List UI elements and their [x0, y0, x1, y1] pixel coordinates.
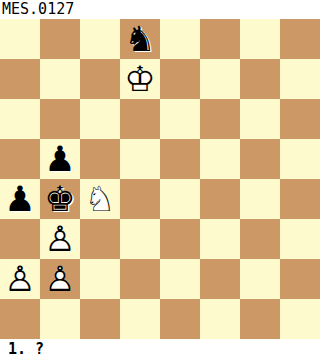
square-d7[interactable]: ♚♔	[120, 59, 160, 99]
square-g6[interactable]	[240, 99, 280, 139]
square-c3[interactable]	[80, 219, 120, 259]
square-d5[interactable]	[120, 139, 160, 179]
square-h1[interactable]	[280, 299, 320, 339]
black-knight-d8[interactable]: ♞	[120, 19, 160, 59]
square-b3[interactable]: ♟♙	[40, 219, 80, 259]
square-b6[interactable]	[40, 99, 80, 139]
square-a6[interactable]	[0, 99, 40, 139]
chess-diagram-window: MES.0127 ♞♚♔♟♟♚♞♘♟♙♟♙♟♙ 1. ?	[0, 0, 320, 360]
square-a2[interactable]: ♟♙	[0, 259, 40, 299]
black-king-b4[interactable]: ♚	[40, 179, 80, 219]
chess-board: ♞♚♔♟♟♚♞♘♟♙♟♙♟♙	[0, 19, 320, 339]
puzzle-title: MES.0127	[0, 0, 320, 19]
square-c6[interactable]	[80, 99, 120, 139]
square-a8[interactable]	[0, 19, 40, 59]
square-g3[interactable]	[240, 219, 280, 259]
square-d6[interactable]	[120, 99, 160, 139]
square-f7[interactable]	[200, 59, 240, 99]
square-h2[interactable]	[280, 259, 320, 299]
square-a7[interactable]	[0, 59, 40, 99]
white-pawn-outline-glyph: ♙	[40, 259, 80, 299]
white-pawn-b2[interactable]: ♟♙	[40, 259, 80, 299]
white-king-outline-glyph: ♔	[120, 59, 160, 99]
square-c4[interactable]: ♞♘	[80, 179, 120, 219]
square-c8[interactable]	[80, 19, 120, 59]
square-e5[interactable]	[160, 139, 200, 179]
square-h4[interactable]	[280, 179, 320, 219]
square-c1[interactable]	[80, 299, 120, 339]
square-e4[interactable]	[160, 179, 200, 219]
square-f6[interactable]	[200, 99, 240, 139]
square-g4[interactable]	[240, 179, 280, 219]
black-pawn-a4[interactable]: ♟	[0, 179, 40, 219]
square-f8[interactable]	[200, 19, 240, 59]
white-pawn-outline-glyph: ♙	[40, 219, 80, 259]
square-d3[interactable]	[120, 219, 160, 259]
square-b5[interactable]: ♟	[40, 139, 80, 179]
square-e2[interactable]	[160, 259, 200, 299]
square-b8[interactable]	[40, 19, 80, 59]
square-e3[interactable]	[160, 219, 200, 259]
square-a5[interactable]	[0, 139, 40, 179]
square-e6[interactable]	[160, 99, 200, 139]
square-c5[interactable]	[80, 139, 120, 179]
square-h7[interactable]	[280, 59, 320, 99]
square-f1[interactable]	[200, 299, 240, 339]
square-h6[interactable]	[280, 99, 320, 139]
square-d4[interactable]	[120, 179, 160, 219]
square-e1[interactable]	[160, 299, 200, 339]
white-pawn-a2[interactable]: ♟♙	[0, 259, 40, 299]
square-h5[interactable]	[280, 139, 320, 179]
square-e7[interactable]	[160, 59, 200, 99]
square-f3[interactable]	[200, 219, 240, 259]
square-g2[interactable]	[240, 259, 280, 299]
square-g5[interactable]	[240, 139, 280, 179]
square-d8[interactable]: ♞	[120, 19, 160, 59]
square-a4[interactable]: ♟	[0, 179, 40, 219]
white-pawn-b3[interactable]: ♟♙	[40, 219, 80, 259]
square-b2[interactable]: ♟♙	[40, 259, 80, 299]
black-pawn-b5[interactable]: ♟	[40, 139, 80, 179]
square-f5[interactable]	[200, 139, 240, 179]
square-a3[interactable]	[0, 219, 40, 259]
square-d1[interactable]	[120, 299, 160, 339]
square-g1[interactable]	[240, 299, 280, 339]
white-king-d7[interactable]: ♚♔	[120, 59, 160, 99]
square-e8[interactable]	[160, 19, 200, 59]
white-knight-c4[interactable]: ♞♘	[80, 179, 120, 219]
square-f2[interactable]	[200, 259, 240, 299]
square-g8[interactable]	[240, 19, 280, 59]
white-pawn-outline-glyph: ♙	[0, 259, 40, 299]
square-c7[interactable]	[80, 59, 120, 99]
square-b7[interactable]	[40, 59, 80, 99]
move-prompt: 1. ?	[0, 339, 320, 360]
square-g7[interactable]	[240, 59, 280, 99]
white-knight-outline-glyph: ♘	[80, 179, 120, 219]
square-b4[interactable]: ♚	[40, 179, 80, 219]
square-h8[interactable]	[280, 19, 320, 59]
square-a1[interactable]	[0, 299, 40, 339]
square-h3[interactable]	[280, 219, 320, 259]
square-d2[interactable]	[120, 259, 160, 299]
square-c2[interactable]	[80, 259, 120, 299]
square-b1[interactable]	[40, 299, 80, 339]
square-f4[interactable]	[200, 179, 240, 219]
